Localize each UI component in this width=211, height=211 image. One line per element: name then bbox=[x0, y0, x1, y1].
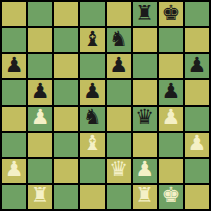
square-a1[interactable] bbox=[2, 185, 26, 209]
black-knight: ♞ bbox=[83, 107, 102, 128]
square-b2[interactable] bbox=[28, 159, 52, 183]
square-g5[interactable]: ♟ bbox=[159, 80, 183, 104]
square-h3[interactable]: ♟ bbox=[185, 133, 209, 157]
square-f7[interactable] bbox=[133, 28, 157, 52]
square-g8[interactable]: ♚ bbox=[159, 2, 183, 26]
square-h2[interactable] bbox=[185, 159, 209, 183]
square-d3[interactable]: ♝ bbox=[80, 133, 104, 157]
white-pawn: ♟ bbox=[161, 107, 180, 128]
square-e3[interactable] bbox=[107, 133, 131, 157]
square-e8[interactable] bbox=[107, 2, 131, 26]
square-e7[interactable]: ♞ bbox=[107, 28, 131, 52]
square-a6[interactable]: ♟ bbox=[2, 54, 26, 78]
black-pawn: ♟ bbox=[5, 55, 24, 76]
square-e4[interactable] bbox=[107, 107, 131, 131]
square-b7[interactable] bbox=[28, 28, 52, 52]
square-g3[interactable] bbox=[159, 133, 183, 157]
square-h1[interactable] bbox=[185, 185, 209, 209]
square-f3[interactable] bbox=[133, 133, 157, 157]
square-h4[interactable] bbox=[185, 107, 209, 131]
white-king: ♚ bbox=[161, 185, 180, 206]
square-e1[interactable] bbox=[107, 185, 131, 209]
square-c1[interactable] bbox=[54, 185, 78, 209]
square-b6[interactable] bbox=[28, 54, 52, 78]
black-knight: ♞ bbox=[109, 29, 128, 50]
square-f4[interactable]: ♛ bbox=[133, 107, 157, 131]
square-h8[interactable] bbox=[185, 2, 209, 26]
square-c3[interactable] bbox=[54, 133, 78, 157]
square-f8[interactable]: ♜ bbox=[133, 2, 157, 26]
white-rook: ♜ bbox=[31, 185, 50, 206]
square-f1[interactable]: ♜ bbox=[133, 185, 157, 209]
black-rook: ♜ bbox=[135, 3, 154, 24]
square-e2[interactable]: ♛ bbox=[107, 159, 131, 183]
square-d4[interactable]: ♞ bbox=[80, 107, 104, 131]
black-king: ♚ bbox=[161, 3, 180, 24]
square-c2[interactable] bbox=[54, 159, 78, 183]
square-g1[interactable]: ♚ bbox=[159, 185, 183, 209]
white-queen: ♛ bbox=[109, 159, 128, 180]
square-f6[interactable] bbox=[133, 54, 157, 78]
square-a4[interactable] bbox=[2, 107, 26, 131]
square-h6[interactable]: ♟ bbox=[185, 54, 209, 78]
square-a5[interactable] bbox=[2, 80, 26, 104]
square-c7[interactable] bbox=[54, 28, 78, 52]
square-c5[interactable] bbox=[54, 80, 78, 104]
square-c8[interactable] bbox=[54, 2, 78, 26]
square-c4[interactable] bbox=[54, 107, 78, 131]
white-pawn: ♟ bbox=[188, 133, 207, 154]
black-pawn: ♟ bbox=[31, 81, 50, 102]
square-d8[interactable] bbox=[80, 2, 104, 26]
square-b1[interactable]: ♜ bbox=[28, 185, 52, 209]
square-d7[interactable]: ♝ bbox=[80, 28, 104, 52]
square-h5[interactable] bbox=[185, 80, 209, 104]
square-b8[interactable] bbox=[28, 2, 52, 26]
black-pawn: ♟ bbox=[161, 81, 180, 102]
square-a2[interactable]: ♟ bbox=[2, 159, 26, 183]
white-pawn: ♟ bbox=[5, 159, 24, 180]
square-b4[interactable]: ♟ bbox=[28, 107, 52, 131]
square-e6[interactable]: ♟ bbox=[107, 54, 131, 78]
square-d1[interactable] bbox=[80, 185, 104, 209]
chess-board: ♜♚♝♞♟♟♟♟♟♟♟♞♛♟♝♟♟♛♟♜♜♚ bbox=[0, 0, 211, 211]
black-pawn: ♟ bbox=[188, 55, 207, 76]
black-queen: ♛ bbox=[135, 107, 154, 128]
square-d5[interactable]: ♟ bbox=[80, 80, 104, 104]
square-a3[interactable] bbox=[2, 133, 26, 157]
square-f2[interactable]: ♟ bbox=[133, 159, 157, 183]
black-bishop: ♝ bbox=[83, 29, 102, 50]
black-pawn: ♟ bbox=[109, 55, 128, 76]
square-b5[interactable]: ♟ bbox=[28, 80, 52, 104]
white-pawn: ♟ bbox=[135, 159, 154, 180]
square-a8[interactable] bbox=[2, 2, 26, 26]
square-g6[interactable] bbox=[159, 54, 183, 78]
white-rook: ♜ bbox=[135, 185, 154, 206]
square-d6[interactable] bbox=[80, 54, 104, 78]
square-f5[interactable] bbox=[133, 80, 157, 104]
square-a7[interactable] bbox=[2, 28, 26, 52]
white-pawn: ♟ bbox=[31, 107, 50, 128]
white-bishop: ♝ bbox=[83, 133, 102, 154]
square-d2[interactable] bbox=[80, 159, 104, 183]
black-pawn: ♟ bbox=[83, 81, 102, 102]
square-g7[interactable] bbox=[159, 28, 183, 52]
square-e5[interactable] bbox=[107, 80, 131, 104]
square-g2[interactable] bbox=[159, 159, 183, 183]
square-g4[interactable]: ♟ bbox=[159, 107, 183, 131]
square-c6[interactable] bbox=[54, 54, 78, 78]
square-h7[interactable] bbox=[185, 28, 209, 52]
square-b3[interactable] bbox=[28, 133, 52, 157]
